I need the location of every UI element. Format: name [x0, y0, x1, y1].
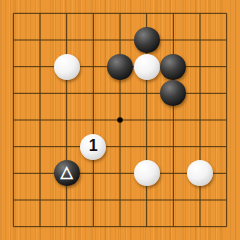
- intersection-8-1[interactable]: [187, 0, 214, 27]
- white-stone: [134, 54, 160, 80]
- white-stone: 1: [80, 134, 106, 160]
- intersection-9-7[interactable]: [213, 160, 240, 187]
- intersection-1-8[interactable]: [0, 187, 27, 214]
- white-stone: [134, 160, 160, 186]
- intersection-4-2[interactable]: [80, 27, 107, 54]
- intersection-7-9[interactable]: [160, 213, 187, 240]
- intersection-9-3[interactable]: [213, 53, 240, 80]
- intersection-3-3[interactable]: [53, 53, 80, 80]
- intersection-3-7[interactable]: △: [53, 160, 80, 187]
- intersection-5-2[interactable]: [107, 27, 134, 54]
- intersection-9-9[interactable]: [213, 213, 240, 240]
- intersection-2-7[interactable]: [27, 160, 54, 187]
- intersection-8-7[interactable]: [187, 160, 214, 187]
- intersection-4-6[interactable]: 1: [80, 133, 107, 160]
- move-number-label: 1: [80, 134, 106, 160]
- intersection-1-7[interactable]: [0, 160, 27, 187]
- intersection-6-2[interactable]: [133, 27, 160, 54]
- intersection-4-7[interactable]: [80, 160, 107, 187]
- intersection-9-8[interactable]: [213, 187, 240, 214]
- intersection-2-8[interactable]: [27, 187, 54, 214]
- intersection-8-3[interactable]: [187, 53, 214, 80]
- black-stone: [107, 54, 133, 80]
- intersection-1-2[interactable]: [0, 27, 27, 54]
- intersection-2-6[interactable]: [27, 133, 54, 160]
- intersection-2-2[interactable]: [27, 27, 54, 54]
- intersection-5-5[interactable]: [107, 107, 134, 134]
- intersection-3-2[interactable]: [53, 27, 80, 54]
- intersection-2-3[interactable]: [27, 53, 54, 80]
- go-board: 1△: [0, 0, 240, 240]
- intersection-7-6[interactable]: [160, 133, 187, 160]
- black-stone: [160, 54, 186, 80]
- intersection-grid: 1△: [0, 0, 240, 240]
- intersection-4-8[interactable]: [80, 187, 107, 214]
- intersection-3-6[interactable]: [53, 133, 80, 160]
- intersection-3-1[interactable]: [53, 0, 80, 27]
- black-stone: [160, 80, 186, 106]
- intersection-6-7[interactable]: [133, 160, 160, 187]
- intersection-8-9[interactable]: [187, 213, 214, 240]
- intersection-2-5[interactable]: [27, 107, 54, 134]
- intersection-8-6[interactable]: [187, 133, 214, 160]
- intersection-7-8[interactable]: [160, 187, 187, 214]
- intersection-1-6[interactable]: [0, 133, 27, 160]
- intersection-3-5[interactable]: [53, 107, 80, 134]
- intersection-5-4[interactable]: [107, 80, 134, 107]
- black-stone: △: [54, 160, 80, 186]
- intersection-8-8[interactable]: [187, 187, 214, 214]
- intersection-1-5[interactable]: [0, 107, 27, 134]
- intersection-9-2[interactable]: [213, 27, 240, 54]
- intersection-7-5[interactable]: [160, 107, 187, 134]
- intersection-2-9[interactable]: [27, 213, 54, 240]
- white-stone: [187, 160, 213, 186]
- intersection-3-9[interactable]: [53, 213, 80, 240]
- intersection-7-2[interactable]: [160, 27, 187, 54]
- intersection-7-3[interactable]: [160, 53, 187, 80]
- intersection-6-1[interactable]: [133, 0, 160, 27]
- intersection-6-8[interactable]: [133, 187, 160, 214]
- intersection-5-8[interactable]: [107, 187, 134, 214]
- intersection-1-3[interactable]: [0, 53, 27, 80]
- intersection-6-5[interactable]: [133, 107, 160, 134]
- white-stone: [54, 54, 80, 80]
- intersection-6-3[interactable]: [133, 53, 160, 80]
- intersection-5-1[interactable]: [107, 0, 134, 27]
- intersection-1-1[interactable]: [0, 0, 27, 27]
- intersection-6-9[interactable]: [133, 213, 160, 240]
- intersection-7-7[interactable]: [160, 160, 187, 187]
- intersection-6-6[interactable]: [133, 133, 160, 160]
- intersection-5-3[interactable]: [107, 53, 134, 80]
- triangle-marker-icon: △: [54, 160, 80, 186]
- intersection-9-4[interactable]: [213, 80, 240, 107]
- intersection-4-3[interactable]: [80, 53, 107, 80]
- intersection-4-1[interactable]: [80, 0, 107, 27]
- intersection-2-1[interactable]: [27, 0, 54, 27]
- intersection-4-4[interactable]: [80, 80, 107, 107]
- intersection-2-4[interactable]: [27, 80, 54, 107]
- intersection-8-2[interactable]: [187, 27, 214, 54]
- intersection-5-9[interactable]: [107, 213, 134, 240]
- intersection-7-4[interactable]: [160, 80, 187, 107]
- intersection-9-5[interactable]: [213, 107, 240, 134]
- black-stone: [134, 27, 160, 53]
- intersection-9-1[interactable]: [213, 0, 240, 27]
- intersection-3-8[interactable]: [53, 187, 80, 214]
- intersection-1-4[interactable]: [0, 80, 27, 107]
- intersection-8-4[interactable]: [187, 80, 214, 107]
- intersection-5-7[interactable]: [107, 160, 134, 187]
- intersection-6-4[interactable]: [133, 80, 160, 107]
- intersection-4-5[interactable]: [80, 107, 107, 134]
- intersection-8-5[interactable]: [187, 107, 214, 134]
- intersection-5-6[interactable]: [107, 133, 134, 160]
- intersection-9-6[interactable]: [213, 133, 240, 160]
- intersection-3-4[interactable]: [53, 80, 80, 107]
- intersection-4-9[interactable]: [80, 213, 107, 240]
- intersection-1-9[interactable]: [0, 213, 27, 240]
- intersection-7-1[interactable]: [160, 0, 187, 27]
